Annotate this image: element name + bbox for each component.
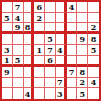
cell-r6c9[interactable] bbox=[88, 56, 99, 67]
cell-r8c9[interactable]: 4 bbox=[88, 78, 99, 89]
cell-r6c8[interactable] bbox=[77, 56, 88, 67]
cell-r3c9[interactable]: 2 bbox=[88, 23, 99, 34]
cell-r4c7[interactable] bbox=[67, 34, 78, 45]
cell-r8c6[interactable]: 7 bbox=[56, 78, 67, 89]
cell-r2c6[interactable] bbox=[56, 13, 67, 24]
cell-r9c3[interactable]: 4 bbox=[24, 88, 35, 99]
sudoku-board: 76454298259831745156978724435 bbox=[0, 0, 101, 101]
cell-r1c6[interactable] bbox=[56, 2, 67, 13]
cell-r2c1[interactable]: 5 bbox=[2, 13, 13, 24]
cell-r1c4[interactable]: 6 bbox=[34, 2, 45, 13]
cell-r7c5[interactable] bbox=[45, 67, 56, 78]
cell-r7c2[interactable] bbox=[13, 67, 24, 78]
cell-r4c8[interactable]: 9 bbox=[77, 34, 88, 45]
cell-r4c4[interactable] bbox=[34, 34, 45, 45]
cell-r1c5[interactable] bbox=[45, 2, 56, 13]
cell-r2c7[interactable] bbox=[67, 13, 78, 24]
cell-r7c1[interactable]: 9 bbox=[2, 67, 13, 78]
cell-r9c6[interactable]: 3 bbox=[56, 88, 67, 99]
cell-r3c4[interactable] bbox=[34, 23, 45, 34]
cell-r1c8[interactable] bbox=[77, 2, 88, 13]
cell-r2c8[interactable] bbox=[77, 13, 88, 24]
cell-r5c8[interactable] bbox=[77, 45, 88, 56]
cell-r9c2[interactable] bbox=[13, 88, 24, 99]
cell-r3c5[interactable] bbox=[45, 23, 56, 34]
cell-r1c9[interactable] bbox=[88, 2, 99, 13]
cell-r6c2[interactable]: 5 bbox=[13, 56, 24, 67]
cell-r9c9[interactable] bbox=[88, 88, 99, 99]
cell-r9c5[interactable] bbox=[45, 88, 56, 99]
cell-r3c2[interactable]: 9 bbox=[13, 23, 24, 34]
cell-r1c1[interactable] bbox=[2, 2, 13, 13]
cell-r3c8[interactable] bbox=[77, 23, 88, 34]
cell-r3c1[interactable] bbox=[2, 23, 13, 34]
cell-r9c7[interactable] bbox=[67, 88, 78, 99]
cell-r5c4[interactable]: 1 bbox=[34, 45, 45, 56]
cell-r7c7[interactable]: 7 bbox=[67, 67, 78, 78]
cell-r4c1[interactable] bbox=[2, 34, 13, 45]
cell-r7c3[interactable] bbox=[24, 67, 35, 78]
cell-r7c9[interactable] bbox=[88, 67, 99, 78]
cell-r5c6[interactable]: 4 bbox=[56, 45, 67, 56]
cell-r8c1[interactable] bbox=[2, 78, 13, 89]
cell-r3c7[interactable] bbox=[67, 23, 78, 34]
cell-r6c1[interactable]: 1 bbox=[2, 56, 13, 67]
cell-r1c7[interactable]: 4 bbox=[67, 2, 78, 13]
cell-r1c2[interactable]: 7 bbox=[13, 2, 24, 13]
cell-r9c8[interactable]: 5 bbox=[77, 88, 88, 99]
cell-r4c5[interactable]: 5 bbox=[45, 34, 56, 45]
cell-r8c7[interactable] bbox=[67, 78, 78, 89]
cell-r7c6[interactable] bbox=[56, 67, 67, 78]
cell-r5c3[interactable] bbox=[24, 45, 35, 56]
cell-r3c3[interactable]: 8 bbox=[24, 23, 35, 34]
cell-r9c1[interactable] bbox=[2, 88, 13, 99]
cell-r6c5[interactable]: 6 bbox=[45, 56, 56, 67]
cell-r8c5[interactable] bbox=[45, 78, 56, 89]
cell-r4c9[interactable]: 8 bbox=[88, 34, 99, 45]
cell-r8c3[interactable] bbox=[24, 78, 35, 89]
cell-r8c2[interactable] bbox=[13, 78, 24, 89]
cell-r5c7[interactable] bbox=[67, 45, 78, 56]
cell-r9c4[interactable] bbox=[34, 88, 45, 99]
cell-r7c8[interactable]: 8 bbox=[77, 67, 88, 78]
cell-r4c6[interactable] bbox=[56, 34, 67, 45]
cell-r6c3[interactable] bbox=[24, 56, 35, 67]
cell-r5c9[interactable]: 5 bbox=[88, 45, 99, 56]
cell-r6c7[interactable] bbox=[67, 56, 78, 67]
cell-r2c5[interactable] bbox=[45, 13, 56, 24]
cell-r8c8[interactable]: 2 bbox=[77, 78, 88, 89]
cell-r4c3[interactable] bbox=[24, 34, 35, 45]
cell-r6c6[interactable] bbox=[56, 56, 67, 67]
cell-r7c4[interactable] bbox=[34, 67, 45, 78]
cell-r3c6[interactable] bbox=[56, 23, 67, 34]
cell-r2c4[interactable]: 2 bbox=[34, 13, 45, 24]
cell-r6c4[interactable] bbox=[34, 56, 45, 67]
cell-r4c2[interactable] bbox=[13, 34, 24, 45]
cell-r1c3[interactable] bbox=[24, 2, 35, 13]
cell-r8c4[interactable] bbox=[34, 78, 45, 89]
